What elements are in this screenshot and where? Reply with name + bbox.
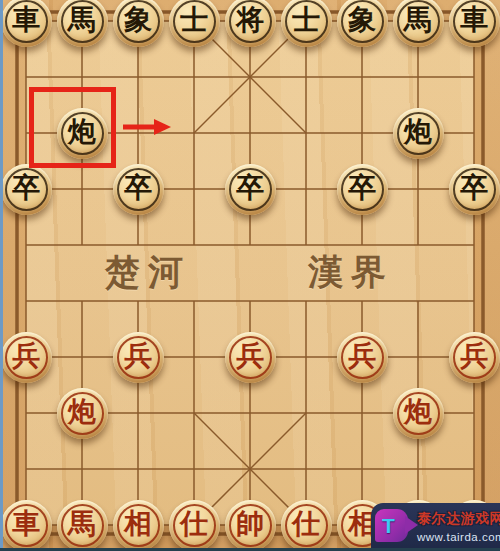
- piece-red-兵-r6c4[interactable]: 兵: [225, 332, 276, 383]
- piece-black-士-r0c5[interactable]: 士: [281, 0, 332, 47]
- piece-glyph: 将: [236, 6, 264, 34]
- piece-red-帥-r9c4[interactable]: 帥: [225, 500, 276, 551]
- piece-red-兵-r6c0[interactable]: 兵: [1, 332, 52, 383]
- piece-black-馬-r0c1[interactable]: 馬: [57, 0, 108, 47]
- piece-glyph: 兵: [12, 342, 40, 370]
- piece-glyph: 兵: [236, 342, 264, 370]
- piece-glyph: 卒: [12, 174, 40, 202]
- piece-black-象-r0c6[interactable]: 象: [337, 0, 388, 47]
- piece-glyph: 馬: [68, 510, 96, 538]
- piece-red-兵-r6c6[interactable]: 兵: [337, 332, 388, 383]
- piece-glyph: 帥: [236, 510, 264, 538]
- page-edge-left: [0, 0, 3, 551]
- piece-red-炮-r7c7[interactable]: 炮: [393, 388, 444, 439]
- piece-glyph: 士: [292, 6, 320, 34]
- piece-red-馬-r9c1[interactable]: 馬: [57, 500, 108, 551]
- piece-glyph: 兵: [124, 342, 152, 370]
- piece-red-車-r9c0[interactable]: 車: [1, 500, 52, 551]
- piece-black-馬-r0c7[interactable]: 馬: [393, 0, 444, 47]
- piece-glyph: 卒: [348, 174, 376, 202]
- piece-glyph: 車: [460, 6, 488, 34]
- piece-glyph: 相: [124, 510, 152, 538]
- pieces-grid[interactable]: 車馬象士将士象馬車炮炮卒卒卒卒卒兵兵兵兵兵炮炮車馬相仕帥仕相馬車: [0, 0, 500, 551]
- move-right-arrow-icon: [121, 117, 173, 137]
- piece-glyph: 車: [12, 6, 40, 34]
- piece-black-卒-r3c8[interactable]: 卒: [449, 164, 500, 215]
- piece-glyph: 炮: [68, 398, 96, 426]
- piece-black-象-r0c2[interactable]: 象: [113, 0, 164, 47]
- piece-glyph: 卒: [124, 174, 152, 202]
- watermark-badge: T 泰尔达游戏网 www.tairda.com: [371, 503, 500, 551]
- highlight-square: [29, 87, 116, 168]
- piece-glyph: 象: [348, 6, 376, 34]
- piece-glyph: 卒: [460, 174, 488, 202]
- logo-letter: T: [382, 514, 395, 538]
- piece-black-将-r0c4[interactable]: 将: [225, 0, 276, 47]
- piece-red-兵-r6c2[interactable]: 兵: [113, 332, 164, 383]
- piece-glyph: 馬: [404, 6, 432, 34]
- piece-black-卒-r3c2[interactable]: 卒: [113, 164, 164, 215]
- piece-glyph: 仕: [292, 510, 320, 538]
- piece-black-車-r0c0[interactable]: 車: [1, 0, 52, 47]
- watermark-title: 泰尔达游戏网: [417, 510, 499, 528]
- piece-glyph: 兵: [348, 342, 376, 370]
- piece-black-車-r0c8[interactable]: 車: [449, 0, 500, 47]
- piece-glyph: 兵: [460, 342, 488, 370]
- watermark-url: www.tairda.com: [417, 531, 500, 543]
- piece-black-卒-r3c4[interactable]: 卒: [225, 164, 276, 215]
- piece-glyph: 士: [180, 6, 208, 34]
- piece-glyph: 車: [12, 510, 40, 538]
- piece-glyph: 仕: [180, 510, 208, 538]
- piece-red-仕-r9c5[interactable]: 仕: [281, 500, 332, 551]
- piece-black-炮-r2c7[interactable]: 炮: [393, 108, 444, 159]
- piece-glyph: 象: [124, 6, 152, 34]
- piece-red-炮-r7c1[interactable]: 炮: [57, 388, 108, 439]
- piece-glyph: 卒: [236, 174, 264, 202]
- piece-black-卒-r3c0[interactable]: 卒: [1, 164, 52, 215]
- arrow-shape: [123, 119, 171, 135]
- piece-glyph: 馬: [68, 6, 96, 34]
- piece-glyph: 炮: [404, 398, 432, 426]
- tairda-logo-icon: T: [375, 509, 419, 545]
- xiangqi-game-screen: 楚河 漢界 車馬象士将士象馬車炮炮卒卒卒卒卒兵兵兵兵兵炮炮車馬相仕帥仕相馬車 T…: [0, 0, 500, 551]
- piece-black-士-r0c3[interactable]: 士: [169, 0, 220, 47]
- piece-glyph: 炮: [404, 118, 432, 146]
- piece-red-兵-r6c8[interactable]: 兵: [449, 332, 500, 383]
- piece-red-相-r9c2[interactable]: 相: [113, 500, 164, 551]
- piece-red-仕-r9c3[interactable]: 仕: [169, 500, 220, 551]
- piece-black-卒-r3c6[interactable]: 卒: [337, 164, 388, 215]
